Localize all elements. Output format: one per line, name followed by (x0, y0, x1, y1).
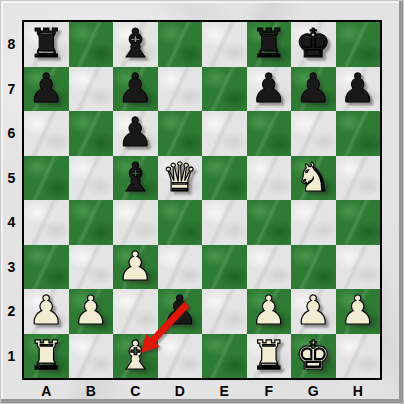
square-h3[interactable] (336, 245, 381, 290)
square-c1[interactable]: ♝ (113, 334, 158, 379)
piece-black-bishop[interactable]: ♝ (117, 155, 153, 199)
square-e7[interactable] (202, 67, 247, 112)
square-h8[interactable] (336, 22, 381, 67)
square-b4[interactable] (69, 200, 114, 245)
rank-labels: 87654321 (1, 22, 22, 378)
square-g8[interactable]: ♚ (291, 22, 336, 67)
square-d4[interactable] (158, 200, 203, 245)
board-frame: 87654321 ABCDEFGH ♜♝♜♚♟♟♟♟♟♟♝♛♞♟♟♟♟♟♟♟♜♝… (0, 0, 404, 404)
square-f6[interactable] (247, 111, 292, 156)
piece-black-pawn[interactable]: ♟ (162, 288, 198, 332)
square-h5[interactable] (336, 156, 381, 201)
piece-black-bishop[interactable]: ♝ (117, 21, 153, 65)
square-f3[interactable] (247, 245, 292, 290)
square-e6[interactable] (202, 111, 247, 156)
piece-white-pawn[interactable]: ♟ (117, 244, 153, 288)
rank-label-1: 1 (1, 334, 22, 379)
file-label-e: E (202, 380, 247, 402)
rank-label-4: 4 (1, 200, 22, 245)
square-d7[interactable] (158, 67, 203, 112)
square-f8[interactable]: ♜ (247, 22, 292, 67)
piece-white-pawn[interactable]: ♟ (73, 288, 109, 332)
file-label-d: D (158, 380, 203, 402)
square-g5[interactable]: ♞ (291, 156, 336, 201)
square-g7[interactable]: ♟ (291, 67, 336, 112)
square-b6[interactable] (69, 111, 114, 156)
rank-label-3: 3 (1, 245, 22, 290)
square-g3[interactable] (291, 245, 336, 290)
square-d3[interactable] (158, 245, 203, 290)
square-b2[interactable]: ♟ (69, 289, 114, 334)
square-h2[interactable]: ♟ (336, 289, 381, 334)
piece-black-pawn[interactable]: ♟ (117, 66, 153, 110)
file-labels: ABCDEFGH (24, 380, 380, 402)
piece-black-king[interactable]: ♚ (295, 21, 331, 65)
piece-white-knight[interactable]: ♞ (295, 155, 331, 199)
square-c6[interactable]: ♟ (113, 111, 158, 156)
file-label-f: F (247, 380, 292, 402)
square-c4[interactable] (113, 200, 158, 245)
square-b1[interactable] (69, 334, 114, 379)
square-f5[interactable] (247, 156, 292, 201)
piece-black-rook[interactable]: ♜ (251, 21, 287, 65)
rank-label-2: 2 (1, 289, 22, 334)
square-a2[interactable]: ♟ (24, 289, 69, 334)
square-f1[interactable]: ♜ (247, 334, 292, 379)
chess-board: ♜♝♜♚♟♟♟♟♟♟♝♛♞♟♟♟♟♟♟♟♜♝♜♚ (22, 20, 382, 380)
square-a8[interactable]: ♜ (24, 22, 69, 67)
square-e3[interactable] (202, 245, 247, 290)
square-h7[interactable]: ♟ (336, 67, 381, 112)
square-e5[interactable] (202, 156, 247, 201)
piece-white-pawn[interactable]: ♟ (340, 288, 376, 332)
rank-label-5: 5 (1, 156, 22, 201)
piece-white-rook[interactable]: ♜ (28, 333, 64, 377)
square-g6[interactable] (291, 111, 336, 156)
piece-white-queen[interactable]: ♛ (162, 155, 198, 199)
square-a6[interactable] (24, 111, 69, 156)
piece-white-rook[interactable]: ♜ (251, 333, 287, 377)
square-g2[interactable]: ♟ (291, 289, 336, 334)
square-a1[interactable]: ♜ (24, 334, 69, 379)
square-a5[interactable] (24, 156, 69, 201)
square-b7[interactable] (69, 67, 114, 112)
square-b5[interactable] (69, 156, 114, 201)
square-g1[interactable]: ♚ (291, 334, 336, 379)
square-b8[interactable] (69, 22, 114, 67)
piece-black-pawn[interactable]: ♟ (295, 66, 331, 110)
square-a4[interactable] (24, 200, 69, 245)
rank-label-7: 7 (1, 67, 22, 112)
square-d1[interactable] (158, 334, 203, 379)
piece-white-king[interactable]: ♚ (295, 333, 331, 377)
piece-white-pawn[interactable]: ♟ (295, 288, 331, 332)
square-d6[interactable] (158, 111, 203, 156)
piece-black-pawn[interactable]: ♟ (340, 66, 376, 110)
rank-label-6: 6 (1, 111, 22, 156)
square-d8[interactable] (158, 22, 203, 67)
square-f2[interactable]: ♟ (247, 289, 292, 334)
piece-white-pawn[interactable]: ♟ (28, 288, 64, 332)
rank-label-8: 8 (1, 22, 22, 67)
square-e4[interactable] (202, 200, 247, 245)
piece-white-pawn[interactable]: ♟ (251, 288, 287, 332)
square-c3[interactable]: ♟ (113, 245, 158, 290)
square-c5[interactable]: ♝ (113, 156, 158, 201)
square-d2[interactable]: ♟ (158, 289, 203, 334)
file-label-c: C (113, 380, 158, 402)
piece-black-pawn[interactable]: ♟ (28, 66, 64, 110)
square-h1[interactable] (336, 334, 381, 379)
square-b3[interactable] (69, 245, 114, 290)
square-f7[interactable]: ♟ (247, 67, 292, 112)
square-d5[interactable]: ♛ (158, 156, 203, 201)
square-g4[interactable] (291, 200, 336, 245)
square-e8[interactable] (202, 22, 247, 67)
piece-black-rook[interactable]: ♜ (28, 21, 64, 65)
square-a3[interactable] (24, 245, 69, 290)
file-label-b: B (69, 380, 114, 402)
piece-black-pawn[interactable]: ♟ (117, 110, 153, 154)
square-f4[interactable] (247, 200, 292, 245)
square-h4[interactable] (336, 200, 381, 245)
square-c2[interactable] (113, 289, 158, 334)
file-label-h: H (336, 380, 381, 402)
square-c7[interactable]: ♟ (113, 67, 158, 112)
square-c8[interactable]: ♝ (113, 22, 158, 67)
square-a7[interactable]: ♟ (24, 67, 69, 112)
square-e1[interactable] (202, 334, 247, 379)
file-label-g: G (291, 380, 336, 402)
file-label-a: A (24, 380, 69, 402)
square-e2[interactable] (202, 289, 247, 334)
square-h6[interactable] (336, 111, 381, 156)
piece-white-bishop[interactable]: ♝ (117, 333, 153, 377)
piece-black-pawn[interactable]: ♟ (251, 66, 287, 110)
